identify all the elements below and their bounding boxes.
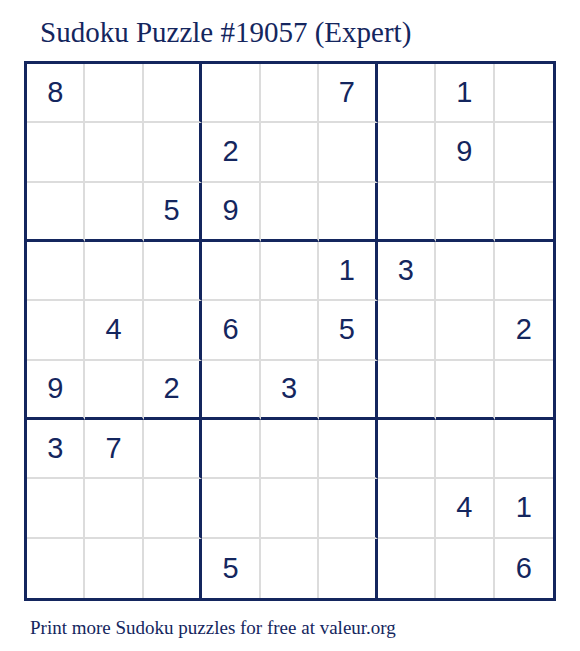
sudoku-cell-r4c5[interactable]	[261, 242, 319, 301]
sudoku-cell-r9c5[interactable]	[261, 539, 319, 598]
sudoku-cell-r6c5[interactable]: 3	[261, 361, 319, 420]
sudoku-cell-r5c2[interactable]: 4	[85, 301, 143, 360]
sudoku-cell-r7c1[interactable]: 3	[27, 420, 85, 479]
sudoku-cell-r7c8[interactable]	[436, 420, 494, 479]
sudoku-cell-r7c5[interactable]	[261, 420, 319, 479]
sudoku-cell-r1c3[interactable]	[144, 64, 202, 123]
sudoku-cell-r5c6[interactable]: 5	[319, 301, 377, 360]
sudoku-cell-r2c4[interactable]: 2	[202, 123, 260, 182]
sudoku-cell-r2c2[interactable]	[85, 123, 143, 182]
sudoku-cell-r5c1[interactable]	[27, 301, 85, 360]
sudoku-cell-r3c7[interactable]	[378, 183, 436, 242]
sudoku-cell-r8c1[interactable]	[27, 479, 85, 538]
sudoku-cell-r1c4[interactable]	[202, 64, 260, 123]
sudoku-cell-r1c8[interactable]: 1	[436, 64, 494, 123]
sudoku-cell-r7c7[interactable]	[378, 420, 436, 479]
sudoku-cell-r6c7[interactable]	[378, 361, 436, 420]
sudoku-cell-r1c7[interactable]	[378, 64, 436, 123]
sudoku-cell-r4c7[interactable]: 3	[378, 242, 436, 301]
sudoku-cell-r5c7[interactable]	[378, 301, 436, 360]
sudoku-cell-r9c2[interactable]	[85, 539, 143, 598]
sudoku-cell-r4c3[interactable]	[144, 242, 202, 301]
sudoku-cell-r2c9[interactable]	[495, 123, 553, 182]
sudoku-cell-r1c2[interactable]	[85, 64, 143, 123]
sudoku-cell-r3c5[interactable]	[261, 183, 319, 242]
sudoku-cell-r8c9[interactable]: 1	[495, 479, 553, 538]
sudoku-cell-r4c6[interactable]: 1	[319, 242, 377, 301]
sudoku-cell-r4c9[interactable]	[495, 242, 553, 301]
sudoku-cell-r2c1[interactable]	[27, 123, 85, 182]
sudoku-cell-r3c3[interactable]: 5	[144, 183, 202, 242]
sudoku-cell-r8c3[interactable]	[144, 479, 202, 538]
sudoku-cell-r9c6[interactable]	[319, 539, 377, 598]
footer-text: Print more Sudoku puzzles for free at va…	[30, 617, 396, 639]
sudoku-cell-r8c4[interactable]	[202, 479, 260, 538]
sudoku-cell-r2c8[interactable]: 9	[436, 123, 494, 182]
sudoku-cell-r7c6[interactable]	[319, 420, 377, 479]
sudoku-cell-r8c7[interactable]	[378, 479, 436, 538]
sudoku-cell-r3c8[interactable]	[436, 183, 494, 242]
sudoku-cell-r6c2[interactable]	[85, 361, 143, 420]
sudoku-page: Sudoku Puzzle #19057 (Expert) 8712959134…	[0, 0, 580, 651]
sudoku-cell-r6c3[interactable]: 2	[144, 361, 202, 420]
sudoku-cell-r6c9[interactable]	[495, 361, 553, 420]
sudoku-cell-r3c4[interactable]: 9	[202, 183, 260, 242]
sudoku-cell-r2c5[interactable]	[261, 123, 319, 182]
sudoku-cell-r1c1[interactable]: 8	[27, 64, 85, 123]
sudoku-cell-r6c8[interactable]	[436, 361, 494, 420]
sudoku-cell-r4c4[interactable]	[202, 242, 260, 301]
sudoku-cell-r9c9[interactable]: 6	[495, 539, 553, 598]
sudoku-cell-r2c3[interactable]	[144, 123, 202, 182]
sudoku-cell-r3c9[interactable]	[495, 183, 553, 242]
sudoku-cell-r9c3[interactable]	[144, 539, 202, 598]
sudoku-cell-r3c1[interactable]	[27, 183, 85, 242]
sudoku-cell-r7c2[interactable]: 7	[85, 420, 143, 479]
sudoku-cell-r8c8[interactable]: 4	[436, 479, 494, 538]
sudoku-cell-r1c5[interactable]	[261, 64, 319, 123]
sudoku-cell-r9c4[interactable]: 5	[202, 539, 260, 598]
sudoku-cell-r7c9[interactable]	[495, 420, 553, 479]
sudoku-cell-r2c7[interactable]	[378, 123, 436, 182]
sudoku-cell-r5c4[interactable]: 6	[202, 301, 260, 360]
sudoku-cell-r1c6[interactable]: 7	[319, 64, 377, 123]
sudoku-cell-r1c9[interactable]	[495, 64, 553, 123]
sudoku-cell-r4c2[interactable]	[85, 242, 143, 301]
sudoku-cell-r9c8[interactable]	[436, 539, 494, 598]
sudoku-cell-r3c6[interactable]	[319, 183, 377, 242]
sudoku-cell-r9c7[interactable]	[378, 539, 436, 598]
sudoku-cell-r6c6[interactable]	[319, 361, 377, 420]
sudoku-cell-r5c3[interactable]	[144, 301, 202, 360]
sudoku-cell-r5c8[interactable]	[436, 301, 494, 360]
sudoku-cell-r5c9[interactable]: 2	[495, 301, 553, 360]
sudoku-cell-r8c2[interactable]	[85, 479, 143, 538]
sudoku-cell-r5c5[interactable]	[261, 301, 319, 360]
sudoku-cell-r4c8[interactable]	[436, 242, 494, 301]
sudoku-cell-r7c4[interactable]	[202, 420, 260, 479]
sudoku-cell-r9c1[interactable]	[27, 539, 85, 598]
sudoku-cell-r6c4[interactable]	[202, 361, 260, 420]
sudoku-cell-r8c5[interactable]	[261, 479, 319, 538]
sudoku-cell-r6c1[interactable]: 9	[27, 361, 85, 420]
sudoku-cell-r2c6[interactable]	[319, 123, 377, 182]
sudoku-cell-r4c1[interactable]	[27, 242, 85, 301]
sudoku-cell-r8c6[interactable]	[319, 479, 377, 538]
sudoku-cell-r3c2[interactable]	[85, 183, 143, 242]
sudoku-board: 8712959134652923374156	[24, 61, 556, 601]
sudoku-cell-r7c3[interactable]	[144, 420, 202, 479]
page-title: Sudoku Puzzle #19057 (Expert)	[40, 16, 411, 49]
